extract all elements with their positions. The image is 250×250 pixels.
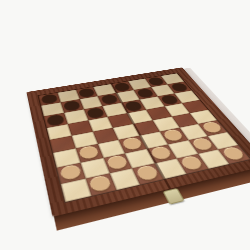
product-photo: ●●●●●●●●●●●●●●●●●●●●●●●● (0, 0, 250, 250)
checkers-board: ●●●●●●●●●●●●●●●●●●●●●●●● (26, 67, 250, 216)
